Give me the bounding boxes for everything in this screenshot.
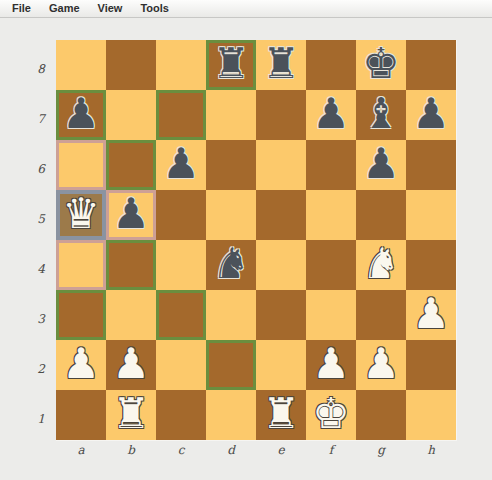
square-e7[interactable] bbox=[256, 90, 306, 140]
square-b2[interactable]: ♟ bbox=[106, 340, 156, 390]
chess-board[interactable]: ♜♜♚♟♟♝♟♟♟♛♟♞♞♟♟♟♟♟♜♜♚ bbox=[56, 40, 457, 441]
square-a2[interactable]: ♟ bbox=[56, 340, 106, 390]
square-d3[interactable] bbox=[206, 290, 256, 340]
piece-black-pawn[interactable]: ♟ bbox=[406, 90, 456, 140]
square-a1[interactable] bbox=[56, 390, 106, 440]
square-b1[interactable]: ♜ bbox=[106, 390, 156, 440]
rank-label-6: 6 bbox=[28, 140, 50, 190]
piece-white-pawn[interactable]: ♟ bbox=[306, 340, 356, 390]
piece-white-rook[interactable]: ♜ bbox=[106, 390, 156, 440]
square-e2[interactable] bbox=[256, 340, 306, 390]
square-g7[interactable]: ♝ bbox=[356, 90, 406, 140]
square-e8[interactable]: ♜ bbox=[256, 40, 306, 90]
square-a3[interactable] bbox=[56, 290, 106, 340]
piece-white-pawn[interactable]: ♟ bbox=[106, 340, 156, 390]
piece-black-rook[interactable]: ♜ bbox=[206, 40, 256, 90]
square-a4[interactable] bbox=[56, 240, 106, 290]
square-h1[interactable] bbox=[406, 390, 456, 440]
square-h4[interactable] bbox=[406, 240, 456, 290]
square-d1[interactable] bbox=[206, 390, 256, 440]
piece-white-king[interactable]: ♚ bbox=[306, 390, 356, 440]
square-b3[interactable] bbox=[106, 290, 156, 340]
menu-game[interactable]: Game bbox=[40, 0, 89, 17]
rank-label-5: 5 bbox=[28, 190, 50, 240]
file-label-h: h bbox=[406, 441, 456, 459]
rank-label-2: 2 bbox=[28, 340, 50, 390]
app-window: { "game": "chess", "menu": { "items": ["… bbox=[0, 0, 492, 480]
piece-black-pawn[interactable]: ♟ bbox=[356, 140, 406, 190]
piece-black-pawn[interactable]: ♟ bbox=[156, 140, 206, 190]
square-a6[interactable] bbox=[56, 140, 106, 190]
piece-white-rook[interactable]: ♜ bbox=[256, 390, 306, 440]
square-d2[interactable] bbox=[206, 340, 256, 390]
square-g1[interactable] bbox=[356, 390, 406, 440]
square-c8[interactable] bbox=[156, 40, 206, 90]
piece-black-pawn[interactable]: ♟ bbox=[56, 90, 106, 140]
file-label-d: d bbox=[206, 441, 256, 459]
rank-label-4: 4 bbox=[28, 240, 50, 290]
square-g6[interactable]: ♟ bbox=[356, 140, 406, 190]
piece-black-knight[interactable]: ♞ bbox=[206, 240, 256, 290]
square-c7[interactable] bbox=[156, 90, 206, 140]
square-e3[interactable] bbox=[256, 290, 306, 340]
piece-white-queen[interactable]: ♛ bbox=[56, 190, 106, 240]
square-c2[interactable] bbox=[156, 340, 206, 390]
square-a5[interactable]: ♛ bbox=[56, 190, 106, 240]
rank-labels: 8 7 6 5 4 3 2 1 bbox=[28, 40, 50, 440]
square-e5[interactable] bbox=[256, 190, 306, 240]
square-a7[interactable]: ♟ bbox=[56, 90, 106, 140]
file-label-b: b bbox=[106, 441, 156, 459]
square-c5[interactable] bbox=[156, 190, 206, 240]
menu-bar: File Game View Tools bbox=[0, 0, 492, 18]
rank-label-1: 1 bbox=[28, 390, 50, 440]
square-b6[interactable] bbox=[106, 140, 156, 190]
square-f7[interactable]: ♟ bbox=[306, 90, 356, 140]
piece-white-knight[interactable]: ♞ bbox=[356, 240, 406, 290]
square-h3[interactable]: ♟ bbox=[406, 290, 456, 340]
file-labels: a b c d e f g h bbox=[56, 441, 456, 459]
square-f3[interactable] bbox=[306, 290, 356, 340]
square-c1[interactable] bbox=[156, 390, 206, 440]
square-f2[interactable]: ♟ bbox=[306, 340, 356, 390]
square-h7[interactable]: ♟ bbox=[406, 90, 456, 140]
piece-white-pawn[interactable]: ♟ bbox=[356, 340, 406, 390]
square-d4[interactable]: ♞ bbox=[206, 240, 256, 290]
square-h6[interactable] bbox=[406, 140, 456, 190]
square-a8[interactable] bbox=[56, 40, 106, 90]
square-g5[interactable] bbox=[356, 190, 406, 240]
menu-view[interactable]: View bbox=[89, 0, 132, 17]
piece-black-pawn[interactable]: ♟ bbox=[106, 190, 156, 240]
square-d5[interactable] bbox=[206, 190, 256, 240]
square-c4[interactable] bbox=[156, 240, 206, 290]
menu-file[interactable]: File bbox=[3, 0, 40, 17]
piece-black-bishop[interactable]: ♝ bbox=[356, 90, 406, 140]
square-g4[interactable]: ♞ bbox=[356, 240, 406, 290]
square-g8[interactable]: ♚ bbox=[356, 40, 406, 90]
square-c3[interactable] bbox=[156, 290, 206, 340]
square-f6[interactable] bbox=[306, 140, 356, 190]
file-label-g: g bbox=[356, 441, 406, 459]
piece-black-king[interactable]: ♚ bbox=[356, 40, 406, 90]
piece-black-pawn[interactable]: ♟ bbox=[306, 90, 356, 140]
file-label-f: f bbox=[306, 441, 356, 459]
square-g3[interactable] bbox=[356, 290, 406, 340]
square-g2[interactable]: ♟ bbox=[356, 340, 406, 390]
square-f5[interactable] bbox=[306, 190, 356, 240]
rank-label-3: 3 bbox=[28, 290, 50, 340]
square-b5[interactable]: ♟ bbox=[106, 190, 156, 240]
rank-label-7: 7 bbox=[28, 90, 50, 140]
square-e1[interactable]: ♜ bbox=[256, 390, 306, 440]
piece-white-pawn[interactable]: ♟ bbox=[56, 340, 106, 390]
square-e4[interactable] bbox=[256, 240, 306, 290]
square-e6[interactable] bbox=[256, 140, 306, 190]
piece-white-pawn[interactable]: ♟ bbox=[406, 290, 456, 340]
square-f8[interactable] bbox=[306, 40, 356, 90]
rank-label-8: 8 bbox=[28, 40, 50, 90]
square-f4[interactable] bbox=[306, 240, 356, 290]
square-d8[interactable]: ♜ bbox=[206, 40, 256, 90]
menu-tools[interactable]: Tools bbox=[131, 0, 178, 17]
square-f1[interactable]: ♚ bbox=[306, 390, 356, 440]
square-b8[interactable] bbox=[106, 40, 156, 90]
square-d7[interactable] bbox=[206, 90, 256, 140]
square-h2[interactable] bbox=[406, 340, 456, 390]
file-label-e: e bbox=[256, 441, 306, 459]
file-label-a: a bbox=[56, 441, 106, 459]
piece-black-rook[interactable]: ♜ bbox=[256, 40, 306, 90]
square-c6[interactable]: ♟ bbox=[156, 140, 206, 190]
square-b4[interactable] bbox=[106, 240, 156, 290]
square-h5[interactable] bbox=[406, 190, 456, 240]
square-h8[interactable] bbox=[406, 40, 456, 90]
file-label-c: c bbox=[156, 441, 206, 459]
square-d6[interactable] bbox=[206, 140, 256, 190]
square-b7[interactable] bbox=[106, 90, 156, 140]
